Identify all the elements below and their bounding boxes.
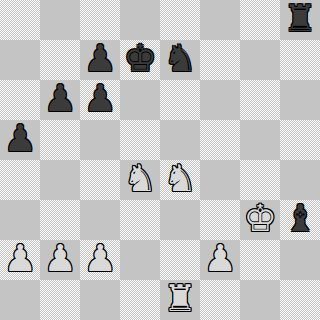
square-d7[interactable]: ♚ (120, 40, 160, 80)
black-pawn[interactable]: ♟ (83, 39, 116, 79)
square-d1[interactable] (120, 280, 160, 320)
chess-board: ♜♟♚♞♟♟♟♞♞♚♝♟♟♟♟♜ (0, 0, 320, 320)
square-c2[interactable]: ♟ (80, 240, 120, 280)
square-g4[interactable] (240, 160, 280, 200)
square-h6[interactable] (280, 80, 320, 120)
square-f3[interactable] (200, 200, 240, 240)
white-pawn[interactable]: ♟ (3, 239, 36, 279)
square-f2[interactable]: ♟ (200, 240, 240, 280)
square-f8[interactable] (200, 0, 240, 40)
square-f6[interactable] (200, 80, 240, 120)
square-d5[interactable] (120, 120, 160, 160)
square-e7[interactable]: ♞ (160, 40, 200, 80)
square-g6[interactable] (240, 80, 280, 120)
square-h1[interactable] (280, 280, 320, 320)
white-pawn[interactable]: ♟ (83, 239, 116, 279)
square-e6[interactable] (160, 80, 200, 120)
square-e3[interactable] (160, 200, 200, 240)
square-a1[interactable] (0, 280, 40, 320)
square-c3[interactable] (80, 200, 120, 240)
square-b3[interactable] (40, 200, 80, 240)
black-pawn[interactable]: ♟ (43, 79, 76, 119)
square-a8[interactable] (0, 0, 40, 40)
square-e1[interactable]: ♜ (160, 280, 200, 320)
square-f7[interactable] (200, 40, 240, 80)
white-rook[interactable]: ♜ (163, 279, 196, 319)
square-a6[interactable] (0, 80, 40, 120)
square-g8[interactable] (240, 0, 280, 40)
square-b2[interactable]: ♟ (40, 240, 80, 280)
square-c4[interactable] (80, 160, 120, 200)
white-knight[interactable]: ♞ (123, 159, 156, 199)
square-b4[interactable] (40, 160, 80, 200)
square-d8[interactable] (120, 0, 160, 40)
square-h4[interactable] (280, 160, 320, 200)
square-h5[interactable] (280, 120, 320, 160)
black-knight[interactable]: ♞ (163, 39, 196, 79)
square-h7[interactable] (280, 40, 320, 80)
white-king[interactable]: ♚ (243, 199, 276, 239)
square-h8[interactable]: ♜ (280, 0, 320, 40)
square-g3[interactable]: ♚ (240, 200, 280, 240)
white-pawn[interactable]: ♟ (203, 239, 236, 279)
square-c5[interactable] (80, 120, 120, 160)
square-b8[interactable] (40, 0, 80, 40)
square-a2[interactable]: ♟ (0, 240, 40, 280)
square-d4[interactable]: ♞ (120, 160, 160, 200)
square-f5[interactable] (200, 120, 240, 160)
square-c1[interactable] (80, 280, 120, 320)
square-f1[interactable] (200, 280, 240, 320)
white-pawn[interactable]: ♟ (43, 239, 76, 279)
black-bishop[interactable]: ♝ (283, 199, 316, 239)
white-knight[interactable]: ♞ (163, 159, 196, 199)
square-c7[interactable]: ♟ (80, 40, 120, 80)
square-g2[interactable] (240, 240, 280, 280)
square-g7[interactable] (240, 40, 280, 80)
square-d3[interactable] (120, 200, 160, 240)
square-g1[interactable] (240, 280, 280, 320)
square-a3[interactable] (0, 200, 40, 240)
square-b6[interactable]: ♟ (40, 80, 80, 120)
square-h2[interactable] (280, 240, 320, 280)
black-king[interactable]: ♚ (123, 39, 156, 79)
square-b5[interactable] (40, 120, 80, 160)
square-b7[interactable] (40, 40, 80, 80)
square-e8[interactable] (160, 0, 200, 40)
black-rook[interactable]: ♜ (283, 0, 316, 39)
square-e5[interactable] (160, 120, 200, 160)
square-h3[interactable]: ♝ (280, 200, 320, 240)
square-d6[interactable] (120, 80, 160, 120)
black-pawn[interactable]: ♟ (3, 119, 36, 159)
square-a7[interactable] (0, 40, 40, 80)
square-c8[interactable] (80, 0, 120, 40)
square-a5[interactable]: ♟ (0, 120, 40, 160)
square-f4[interactable] (200, 160, 240, 200)
square-e4[interactable]: ♞ (160, 160, 200, 200)
black-pawn[interactable]: ♟ (83, 79, 116, 119)
square-c6[interactable]: ♟ (80, 80, 120, 120)
square-d2[interactable] (120, 240, 160, 280)
square-g5[interactable] (240, 120, 280, 160)
square-b1[interactable] (40, 280, 80, 320)
square-a4[interactable] (0, 160, 40, 200)
square-e2[interactable] (160, 240, 200, 280)
